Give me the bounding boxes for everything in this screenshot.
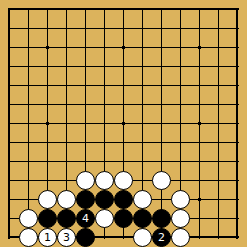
board-intersection [152,57,171,76]
go-board: 4132 [0,0,247,247]
white-stone: 1 [38,228,57,247]
board-intersection [133,76,152,95]
board-intersection [114,19,133,38]
white-stone [19,228,38,247]
board-intersection [19,95,38,114]
board-intersection [38,114,57,133]
board-intersection [228,0,247,19]
board-intersection [57,190,76,209]
board-intersection [38,76,57,95]
board-intersection: 3 [57,228,76,247]
board-intersection [209,228,228,247]
star-point [46,46,49,49]
white-stone [171,190,190,209]
board-intersection [171,0,190,19]
board-intersection [0,19,19,38]
board-intersection [95,19,114,38]
board-intersection [152,209,171,228]
board-intersection: 1 [38,228,57,247]
white-stone [114,171,133,190]
board-intersection [0,95,19,114]
white-stone: 3 [57,228,76,247]
board-intersection [133,190,152,209]
board-intersection [133,0,152,19]
white-stone [19,209,38,228]
board-intersection [152,171,171,190]
board-intersection [57,171,76,190]
board-intersection [133,114,152,133]
board-intersection [114,95,133,114]
board-intersection [76,76,95,95]
board-intersection [19,171,38,190]
board-intersection [76,152,95,171]
board-intersection [57,38,76,57]
board-intersection [76,38,95,57]
board-intersection [0,228,19,247]
board-intersection [38,209,57,228]
board-intersection [0,38,19,57]
board-intersection [171,152,190,171]
board-intersection [171,76,190,95]
board-intersection [228,38,247,57]
board-intersection [95,76,114,95]
board-intersection [209,171,228,190]
board-intersection [57,0,76,19]
black-stone [133,209,152,228]
star-point [198,122,201,125]
board-intersection [171,190,190,209]
white-stone [95,171,114,190]
board-intersection [152,38,171,57]
board-intersection [95,152,114,171]
board-intersection [19,152,38,171]
board-intersection [133,95,152,114]
board-intersection [95,133,114,152]
board-intersection [95,190,114,209]
board-intersection [133,19,152,38]
board-intersection [114,171,133,190]
board-intersection [228,190,247,209]
board-intersection [38,152,57,171]
board-intersection [114,190,133,209]
board-intersection [57,152,76,171]
black-stone [114,209,133,228]
board-intersection [228,76,247,95]
board-intersection [0,0,19,19]
board-intersection [0,76,19,95]
board-intersection [228,171,247,190]
board-intersection [38,171,57,190]
board-intersection [171,38,190,57]
board-intersection: 2 [152,228,171,247]
board-intersection [209,209,228,228]
board-intersection [133,209,152,228]
board-intersection [57,114,76,133]
board-intersection [76,133,95,152]
board-intersection [19,190,38,209]
white-stone [38,190,57,209]
board-intersection [209,19,228,38]
board-intersection [171,209,190,228]
board-intersection [209,152,228,171]
board-intersection [0,171,19,190]
board-intersection [38,133,57,152]
board-intersection [171,95,190,114]
board-intersection [19,133,38,152]
move-number-label: 4 [82,213,89,224]
board-intersection [76,95,95,114]
board-intersection [152,114,171,133]
board-intersection [114,133,133,152]
board-intersection [76,114,95,133]
board-intersection [171,171,190,190]
board-intersection [152,95,171,114]
board-intersection [38,38,57,57]
move-number-label: 1 [44,232,51,243]
board-intersection [190,228,209,247]
board-intersection [19,209,38,228]
black-stone: 4 [76,209,95,228]
board-intersection [228,152,247,171]
board-intersection [57,95,76,114]
white-stone [152,171,171,190]
board-intersection [38,57,57,76]
white-stone [76,171,95,190]
board-intersection [76,19,95,38]
black-stone [95,190,114,209]
board-intersection [228,19,247,38]
board-intersection [38,19,57,38]
black-stone [57,209,76,228]
board-intersection [114,0,133,19]
board-intersection [114,114,133,133]
board-intersection [76,190,95,209]
board-intersection [190,152,209,171]
black-stone [76,228,95,247]
board-intersection [38,95,57,114]
board-intersection [152,0,171,19]
board-intersection [133,171,152,190]
board-intersection [114,228,133,247]
board-intersection [19,228,38,247]
board-intersection [209,0,228,19]
board-intersection [95,114,114,133]
white-stone [57,190,76,209]
board-intersection [95,209,114,228]
board-intersection [171,228,190,247]
board-intersection [152,190,171,209]
board-intersection [152,76,171,95]
board-intersection [228,209,247,228]
board-intersection [19,57,38,76]
board-intersection [152,19,171,38]
board-intersection [76,228,95,247]
board-intersection [19,114,38,133]
board-intersection [57,76,76,95]
board-intersection [95,57,114,76]
board-intersection [209,95,228,114]
board-intersection [114,152,133,171]
board-intersection [38,0,57,19]
black-stone [76,190,95,209]
board-intersection [114,38,133,57]
board-intersection [209,38,228,57]
white-stone [133,228,152,247]
board-intersection [0,133,19,152]
board-intersection [228,114,247,133]
white-stone [171,209,190,228]
white-stone [95,209,114,228]
board-intersection [190,190,209,209]
board-intersection [95,228,114,247]
star-point [198,46,201,49]
board-intersection [171,19,190,38]
white-stone [133,190,152,209]
board-intersection [76,171,95,190]
board-intersection [57,19,76,38]
white-stone [171,228,190,247]
board-intersection [171,114,190,133]
board-intersection [95,38,114,57]
board-intersection [190,76,209,95]
board-intersection [95,95,114,114]
board-intersection [152,152,171,171]
board-intersection [133,152,152,171]
board-intersection [190,57,209,76]
board-intersection [190,19,209,38]
board-intersection [190,209,209,228]
board-intersection [190,38,209,57]
black-stone [152,209,171,228]
board-intersection [133,133,152,152]
board-intersection [190,114,209,133]
board-intersection [209,57,228,76]
board-intersection [76,0,95,19]
board-intersection [0,190,19,209]
move-number-label: 3 [63,232,70,243]
black-stone [114,190,133,209]
board-intersection [76,57,95,76]
star-point [198,198,201,201]
board-intersection [171,57,190,76]
board-intersection [209,114,228,133]
board-intersection [19,76,38,95]
board-intersection [57,57,76,76]
board-intersection [209,133,228,152]
move-number-label: 2 [158,232,165,243]
board-intersection [133,228,152,247]
board-intersection [19,19,38,38]
black-stone: 2 [152,228,171,247]
black-stone [38,209,57,228]
board-intersection: 4 [76,209,95,228]
board-intersection [228,95,247,114]
board-intersection [171,133,190,152]
board-intersection [228,228,247,247]
board-intersection [190,133,209,152]
board-intersection [190,171,209,190]
board-intersection [209,76,228,95]
board-intersection [228,133,247,152]
board-intersection [0,57,19,76]
board-intersection [114,76,133,95]
board-intersection [95,171,114,190]
board-intersection [0,152,19,171]
board-intersection [133,57,152,76]
board-intersection [190,0,209,19]
board-intersection [152,133,171,152]
board-intersection [19,38,38,57]
board-intersection [38,190,57,209]
board-intersection [57,133,76,152]
board-intersection [95,0,114,19]
star-point [46,122,49,125]
board-intersection [114,209,133,228]
board-intersection [190,95,209,114]
star-point [122,46,125,49]
star-point [122,122,125,125]
board-intersection [0,114,19,133]
board-intersection [133,38,152,57]
board-intersection [57,209,76,228]
board-intersection [0,209,19,228]
board-intersection [19,0,38,19]
board-intersection [209,190,228,209]
board-intersection [114,57,133,76]
board-intersection [228,57,247,76]
